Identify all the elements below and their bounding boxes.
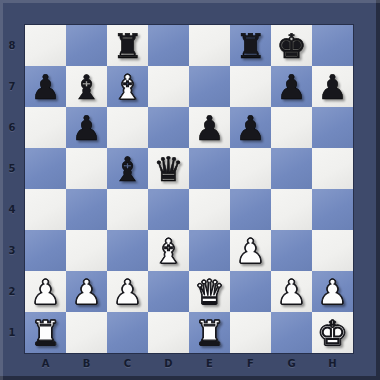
chess-board: ♜♜♚♟♝♝♟♟♟♟♟♝♛♝♟♟♟♟♛♟♟♜♜♚: [25, 25, 353, 353]
square-f6[interactable]: ♟: [230, 107, 271, 148]
rank-label-5: 5: [2, 148, 22, 189]
square-h5[interactable]: [312, 148, 353, 189]
white-rook-a1: ♜: [25, 312, 66, 353]
rank-label-6: 6: [2, 107, 22, 148]
square-g8[interactable]: ♚: [271, 25, 312, 66]
white-king-h1: ♚: [312, 312, 353, 353]
square-b2[interactable]: ♟: [66, 271, 107, 312]
square-g6[interactable]: [271, 107, 312, 148]
square-c1[interactable]: [107, 312, 148, 353]
square-a7[interactable]: ♟: [25, 66, 66, 107]
white-rook-e1: ♜: [189, 312, 230, 353]
square-f4[interactable]: [230, 189, 271, 230]
square-b7[interactable]: ♝: [66, 66, 107, 107]
square-h7[interactable]: ♟: [312, 66, 353, 107]
square-b4[interactable]: [66, 189, 107, 230]
square-g5[interactable]: [271, 148, 312, 189]
square-g4[interactable]: [271, 189, 312, 230]
square-g1[interactable]: [271, 312, 312, 353]
square-e4[interactable]: [189, 189, 230, 230]
black-pawn-a7: ♟: [25, 66, 66, 107]
square-d8[interactable]: [148, 25, 189, 66]
square-d7[interactable]: [148, 66, 189, 107]
square-a6[interactable]: [25, 107, 66, 148]
black-pawn-e6: ♟: [189, 107, 230, 148]
file-label-b: B: [66, 354, 107, 374]
file-label-c: C: [107, 354, 148, 374]
square-e1[interactable]: ♜: [189, 312, 230, 353]
square-d2[interactable]: [148, 271, 189, 312]
square-h6[interactable]: [312, 107, 353, 148]
square-c2[interactable]: ♟: [107, 271, 148, 312]
rank-label-8: 8: [2, 25, 22, 66]
square-f7[interactable]: [230, 66, 271, 107]
white-pawn-c2: ♟: [107, 271, 148, 312]
square-f8[interactable]: ♜: [230, 25, 271, 66]
square-d1[interactable]: [148, 312, 189, 353]
white-pawn-f3: ♟: [230, 230, 271, 271]
square-b1[interactable]: [66, 312, 107, 353]
square-e8[interactable]: [189, 25, 230, 66]
square-f1[interactable]: [230, 312, 271, 353]
file-label-e: E: [189, 354, 230, 374]
rank-label-3: 3: [2, 230, 22, 271]
square-a4[interactable]: [25, 189, 66, 230]
rank-label-2: 2: [2, 271, 22, 312]
white-pawn-g2: ♟: [271, 271, 312, 312]
square-h1[interactable]: ♚: [312, 312, 353, 353]
square-c4[interactable]: [107, 189, 148, 230]
white-bishop-c7: ♝: [107, 66, 148, 107]
square-c6[interactable]: [107, 107, 148, 148]
black-pawn-f6: ♟: [230, 107, 271, 148]
square-d6[interactable]: [148, 107, 189, 148]
file-label-g: G: [271, 354, 312, 374]
square-a2[interactable]: ♟: [25, 271, 66, 312]
black-bishop-b7: ♝: [66, 66, 107, 107]
white-queen-e2: ♛: [189, 271, 230, 312]
square-g2[interactable]: ♟: [271, 271, 312, 312]
rank-label-4: 4: [2, 189, 22, 230]
white-pawn-h2: ♟: [312, 271, 353, 312]
black-pawn-g7: ♟: [271, 66, 312, 107]
rank-label-7: 7: [2, 66, 22, 107]
white-pawn-b2: ♟: [66, 271, 107, 312]
square-c7[interactable]: ♝: [107, 66, 148, 107]
black-rook-c8: ♜: [107, 25, 148, 66]
square-e5[interactable]: [189, 148, 230, 189]
chess-board-frame: ♜♜♚♟♝♝♟♟♟♟♟♝♛♝♟♟♟♟♛♟♟♜♜♚ 87654321 ABCDEF…: [0, 0, 380, 380]
square-g3[interactable]: [271, 230, 312, 271]
square-c3[interactable]: [107, 230, 148, 271]
square-d4[interactable]: [148, 189, 189, 230]
square-c5[interactable]: ♝: [107, 148, 148, 189]
square-e6[interactable]: ♟: [189, 107, 230, 148]
square-e2[interactable]: ♛: [189, 271, 230, 312]
file-label-f: F: [230, 354, 271, 374]
black-king-g8: ♚: [271, 25, 312, 66]
square-h4[interactable]: [312, 189, 353, 230]
square-e3[interactable]: [189, 230, 230, 271]
square-b5[interactable]: [66, 148, 107, 189]
square-d3[interactable]: ♝: [148, 230, 189, 271]
square-b3[interactable]: [66, 230, 107, 271]
square-e7[interactable]: [189, 66, 230, 107]
square-c8[interactable]: ♜: [107, 25, 148, 66]
black-queen-d5: ♛: [148, 148, 189, 189]
black-bishop-c5: ♝: [107, 148, 148, 189]
square-a5[interactable]: [25, 148, 66, 189]
square-g7[interactable]: ♟: [271, 66, 312, 107]
square-a8[interactable]: [25, 25, 66, 66]
square-h8[interactable]: [312, 25, 353, 66]
square-d5[interactable]: ♛: [148, 148, 189, 189]
square-h3[interactable]: [312, 230, 353, 271]
square-f5[interactable]: [230, 148, 271, 189]
square-f2[interactable]: [230, 271, 271, 312]
file-label-d: D: [148, 354, 189, 374]
file-label-a: A: [25, 354, 66, 374]
white-pawn-a2: ♟: [25, 271, 66, 312]
square-b6[interactable]: ♟: [66, 107, 107, 148]
black-pawn-h7: ♟: [312, 66, 353, 107]
black-pawn-b6: ♟: [66, 107, 107, 148]
file-label-h: H: [312, 354, 353, 374]
square-a1[interactable]: ♜: [25, 312, 66, 353]
rank-label-1: 1: [2, 312, 22, 353]
black-rook-f8: ♜: [230, 25, 271, 66]
square-a3[interactable]: [25, 230, 66, 271]
square-f3[interactable]: ♟: [230, 230, 271, 271]
white-bishop-d3: ♝: [148, 230, 189, 271]
square-b8[interactable]: [66, 25, 107, 66]
square-h2[interactable]: ♟: [312, 271, 353, 312]
